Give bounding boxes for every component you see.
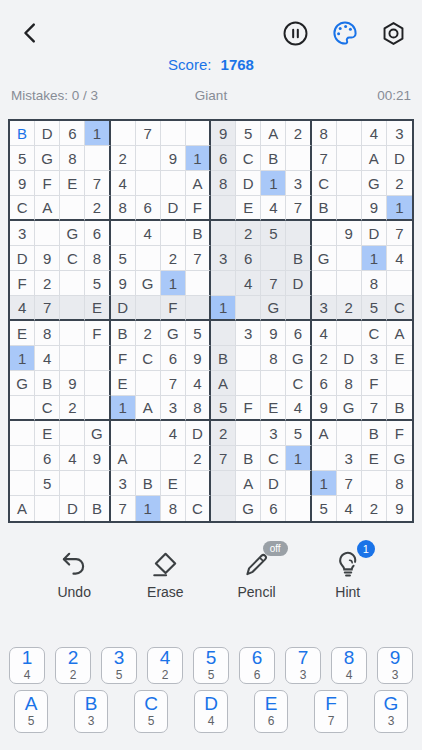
board-cell-r7c7[interactable]: 1: [161, 271, 186, 296]
board-cell-r15c1[interactable]: [10, 471, 35, 496]
board-cell-r2c4[interactable]: [85, 146, 110, 171]
board-cell-r16c11[interactable]: 6: [261, 496, 286, 521]
board-cell-r9c10[interactable]: 3: [236, 321, 261, 346]
board-cell-r2c7[interactable]: 9: [161, 146, 186, 171]
board-cell-r2c6[interactable]: [136, 146, 161, 171]
keypad-row-letters: A5B3C5D4E6F7G3: [0, 690, 422, 733]
board-cell-r13c9[interactable]: 2: [211, 421, 236, 446]
board-cell-r11c8[interactable]: 4: [186, 371, 211, 396]
key-remaining-count: 5: [28, 714, 35, 728]
key-4[interactable]: 42: [147, 647, 183, 684]
key-9[interactable]: 93: [377, 647, 413, 684]
board-cell-r1c14[interactable]: [337, 121, 362, 146]
board-cell-r13c11[interactable]: 3: [261, 421, 286, 446]
board-cell-r2c12[interactable]: [286, 146, 311, 171]
board-cell-r11c6[interactable]: [136, 371, 161, 396]
board-cell-r16c9[interactable]: [211, 496, 236, 521]
board-cell-r2c14[interactable]: [337, 146, 362, 171]
board-cell-r11c13[interactable]: 6: [312, 371, 337, 396]
board-cell-r11c12[interactable]: C: [286, 371, 311, 396]
board-cell-r11c2[interactable]: B: [35, 371, 60, 396]
board-cell-r8c4[interactable]: E: [85, 296, 110, 321]
board-cell-r5c6[interactable]: 4: [136, 221, 161, 246]
board-cell-r10c11[interactable]: 8: [261, 346, 286, 371]
sudoku-board: BD61795A28435G82916CB7AD9FE74A8D13CG2CA2…: [8, 119, 414, 523]
board-cell-r6c13[interactable]: G: [312, 246, 337, 271]
board-cell-r14c9[interactable]: 7: [211, 446, 236, 471]
theme-palette-button[interactable]: [330, 19, 359, 48]
key-value: 3: [114, 648, 125, 667]
board-cell-r7c16[interactable]: [387, 271, 412, 296]
board-cell-r13c10[interactable]: [236, 421, 261, 446]
board-cell-r11c9[interactable]: A: [211, 371, 236, 396]
board-cell-r11c14[interactable]: 8: [337, 371, 362, 396]
board-cell-r12c10[interactable]: F: [236, 396, 261, 421]
board-cell-r5c10[interactable]: 2: [236, 221, 261, 246]
board-cell-r7c12[interactable]: D: [286, 271, 311, 296]
board-cell-r2c10[interactable]: C: [236, 146, 261, 171]
key-C[interactable]: C5: [134, 690, 168, 733]
board-cell-r12c7[interactable]: 3: [161, 396, 186, 421]
board-cell-r6c3[interactable]: C: [60, 246, 85, 271]
board-cell-r1c13[interactable]: 8: [312, 121, 337, 146]
board-cell-r10c5[interactable]: F: [111, 346, 136, 371]
board-cell-r8c15[interactable]: 5: [362, 296, 387, 321]
board-cell-r13c2[interactable]: E: [35, 421, 60, 446]
board-cell-r16c13[interactable]: 5: [312, 496, 337, 521]
key-value: 2: [68, 648, 79, 667]
board-cell-r3c11[interactable]: 1: [261, 171, 286, 196]
board-cell-r9c5[interactable]: B: [111, 321, 136, 346]
board-cell-r10c2[interactable]: 4: [35, 346, 60, 371]
board-cell-r4c15[interactable]: 9: [362, 196, 387, 221]
board-cell-r8c3[interactable]: [60, 296, 85, 321]
board-cell-r5c7[interactable]: [161, 221, 186, 246]
board-cell-r14c16[interactable]: G: [387, 446, 412, 471]
board-cell-r2c15[interactable]: A: [362, 146, 387, 171]
board-cell-r4c4[interactable]: 2: [85, 196, 110, 221]
board-cell-r1c8[interactable]: [186, 121, 211, 146]
hint-label: Hint: [335, 584, 360, 600]
key-2[interactable]: 22: [55, 647, 91, 684]
board-cell-r5c5[interactable]: [111, 221, 136, 246]
board-cell-r4c14[interactable]: [337, 196, 362, 221]
board-cell-r16c3[interactable]: D: [60, 496, 85, 521]
board-cell-r10c3[interactable]: [60, 346, 85, 371]
erase-label: Erase: [147, 584, 184, 600]
board-cell-r13c12[interactable]: 5: [286, 421, 311, 446]
board-cell-r3c1[interactable]: 9: [10, 171, 35, 196]
board-cell-r4c3[interactable]: [60, 196, 85, 221]
board-cell-r9c1[interactable]: E: [10, 321, 35, 346]
board-cell-r6c2[interactable]: 9: [35, 246, 60, 271]
pencil-button[interactable]: off Pencil: [222, 549, 292, 600]
board-cell-r7c6[interactable]: G: [136, 271, 161, 296]
key-value: 8: [344, 648, 355, 667]
board-cell-r10c15[interactable]: 3: [362, 346, 387, 371]
board-cell-r4c10[interactable]: E: [236, 196, 261, 221]
board-cell-r13c5[interactable]: [111, 421, 136, 446]
board-cell-r5c9[interactable]: [211, 221, 236, 246]
board-cell-r13c16[interactable]: F: [387, 421, 412, 446]
board-cell-r6c8[interactable]: 7: [186, 246, 211, 271]
mistakes-counter: Mistakes: 0 / 3: [11, 88, 98, 103]
board-cell-r12c5[interactable]: 1: [111, 396, 136, 421]
board-cell-r6c6[interactable]: [136, 246, 161, 271]
board-cell-r10c6[interactable]: C: [136, 346, 161, 371]
board-cell-r9c12[interactable]: 6: [286, 321, 311, 346]
board-cell-r5c14[interactable]: 9: [337, 221, 362, 246]
board-cell-r12c9[interactable]: 5: [211, 396, 236, 421]
board-cell-r12c15[interactable]: 7: [362, 396, 387, 421]
board-cell-r13c7[interactable]: 4: [161, 421, 186, 446]
board-cell-r9c11[interactable]: 9: [261, 321, 286, 346]
board-cell-r6c11[interactable]: [261, 246, 286, 271]
board-cell-r12c1[interactable]: [10, 396, 35, 421]
board-cell-r14c15[interactable]: E: [362, 446, 387, 471]
board-cell-r8c7[interactable]: F: [161, 296, 186, 321]
board-cell-r9c6[interactable]: 2: [136, 321, 161, 346]
hint-button[interactable]: 1 Hint: [313, 549, 383, 600]
board-cell-r2c9[interactable]: 6: [211, 146, 236, 171]
key-remaining-count: 3: [88, 714, 95, 728]
board-cell-r16c10[interactable]: G: [236, 496, 261, 521]
board-cell-r2c16[interactable]: D: [387, 146, 412, 171]
board-cell-r8c13[interactable]: 3: [312, 296, 337, 321]
key-D[interactable]: D4: [194, 690, 228, 733]
board-cell-r15c3[interactable]: [60, 471, 85, 496]
board-cell-r11c5[interactable]: E: [111, 371, 136, 396]
board-cell-r11c16[interactable]: [387, 371, 412, 396]
board-cell-r10c4[interactable]: [85, 346, 110, 371]
board-cell-r11c7[interactable]: 7: [161, 371, 186, 396]
board-cell-r5c4[interactable]: 6: [85, 221, 110, 246]
erase-button[interactable]: Erase: [130, 549, 200, 600]
board-cell-r1c11[interactable]: A: [261, 121, 286, 146]
key-F[interactable]: F7: [314, 690, 348, 733]
board-cell-r9c16[interactable]: A: [387, 321, 412, 346]
board-cell-r1c15[interactable]: 4: [362, 121, 387, 146]
board-cell-r9c4[interactable]: F: [85, 321, 110, 346]
board-cell-r12c14[interactable]: G: [337, 396, 362, 421]
board-cell-r4c6[interactable]: 6: [136, 196, 161, 221]
board-cell-r2c11[interactable]: B: [261, 146, 286, 171]
board-cell-r6c10[interactable]: 6: [236, 246, 261, 271]
board-cell-r5c3[interactable]: G: [60, 221, 85, 246]
board-cell-r3c2[interactable]: F: [35, 171, 60, 196]
board-cell-r13c15[interactable]: B: [362, 421, 387, 446]
board-cell-r11c3[interactable]: 9: [60, 371, 85, 396]
board-cell-r5c8[interactable]: B: [186, 221, 211, 246]
board-cell-r2c3[interactable]: 8: [60, 146, 85, 171]
board-cell-r8c12[interactable]: [286, 296, 311, 321]
board-cell-r3c15[interactable]: G: [362, 171, 387, 196]
undo-button[interactable]: Undo: [39, 549, 109, 600]
board-cell-r8c9[interactable]: 1: [211, 296, 236, 321]
board-cell-r8c16[interactable]: C: [387, 296, 412, 321]
back-chevron-icon: [18, 20, 44, 46]
board-cell-r16c12[interactable]: [286, 496, 311, 521]
board-cell-r4c16[interactable]: 1: [387, 196, 412, 221]
board-cell-r2c8[interactable]: 1: [186, 146, 211, 171]
board-cell-r13c1[interactable]: [10, 421, 35, 446]
board-cell-r10c14[interactable]: D: [337, 346, 362, 371]
board-cell-r12c11[interactable]: E: [261, 396, 286, 421]
board-cell-r2c5[interactable]: 2: [111, 146, 136, 171]
board-cell-r3c12[interactable]: 3: [286, 171, 311, 196]
board-cell-r6c9[interactable]: 3: [211, 246, 236, 271]
key-7[interactable]: 73: [285, 647, 321, 684]
timer: 00:21: [377, 88, 411, 103]
pencil-label: Pencil: [237, 584, 275, 600]
board-cell-r3c9[interactable]: 8: [211, 171, 236, 196]
key-remaining-count: 6: [254, 668, 261, 682]
board-cell-r7c8[interactable]: [186, 271, 211, 296]
board-cell-r1c16[interactable]: 3: [387, 121, 412, 146]
board-cell-r7c13[interactable]: [312, 271, 337, 296]
board-cell-r5c12[interactable]: [286, 221, 311, 246]
board-cell-r11c4[interactable]: [85, 371, 110, 396]
board-cell-r15c7[interactable]: E: [161, 471, 186, 496]
board-cell-r12c6[interactable]: A: [136, 396, 161, 421]
board-cell-r5c11[interactable]: 5: [261, 221, 286, 246]
board-cell-r10c12[interactable]: G: [286, 346, 311, 371]
board-cell-r6c14[interactable]: [337, 246, 362, 271]
board-cell-r13c8[interactable]: D: [186, 421, 211, 446]
board-cell-r16c8[interactable]: C: [186, 496, 211, 521]
board-cell-r3c14[interactable]: [337, 171, 362, 196]
board-cell-r1c6[interactable]: 7: [136, 121, 161, 146]
key-E[interactable]: E6: [254, 690, 288, 733]
board-cell-r14c3[interactable]: 4: [60, 446, 85, 471]
board-cell-r7c14[interactable]: [337, 271, 362, 296]
board-cell-r16c6[interactable]: 1: [136, 496, 161, 521]
key-remaining-count: 3: [300, 668, 307, 682]
pause-button[interactable]: [281, 19, 310, 48]
board-cell-r15c5[interactable]: 3: [111, 471, 136, 496]
board-cell-r6c7[interactable]: 2: [161, 246, 186, 271]
board-cell-r4c9[interactable]: [211, 196, 236, 221]
board-cell-r7c1[interactable]: F: [10, 271, 35, 296]
board-cell-r1c10[interactable]: 5: [236, 121, 261, 146]
board-cell-r15c12[interactable]: [286, 471, 311, 496]
board-cell-r7c15[interactable]: 8: [362, 271, 387, 296]
board-cell-r2c13[interactable]: 7: [312, 146, 337, 171]
board-cell-r9c13[interactable]: 4: [312, 321, 337, 346]
board-cell-r15c15[interactable]: [362, 471, 387, 496]
board-cell-r6c5[interactable]: 5: [111, 246, 136, 271]
board-cell-r15c10[interactable]: A: [236, 471, 261, 496]
board-cell-r15c9[interactable]: [211, 471, 236, 496]
board-cell-r3c16[interactable]: 2: [387, 171, 412, 196]
board-cell-r3c13[interactable]: C: [312, 171, 337, 196]
board-cell-r4c13[interactable]: B: [312, 196, 337, 221]
sudoku-app-screen: Score: 1768 Mistakes: 0 / 3 Giant 00:21 …: [0, 0, 422, 750]
board-cell-r7c2[interactable]: 2: [35, 271, 60, 296]
settings-button[interactable]: [379, 19, 408, 48]
board-cell-r14c8[interactable]: 2: [186, 446, 211, 471]
board-cell-r3c7[interactable]: [161, 171, 186, 196]
board-cell-r15c11[interactable]: D: [261, 471, 286, 496]
board-cell-r16c1[interactable]: A: [10, 496, 35, 521]
board-cell-r2c1[interactable]: 5: [10, 146, 35, 171]
board-cell-r3c8[interactable]: A: [186, 171, 211, 196]
board-cell-r8c11[interactable]: G: [261, 296, 286, 321]
board-cell-r10c10[interactable]: [236, 346, 261, 371]
board-cell-r15c13[interactable]: 1: [312, 471, 337, 496]
board-cell-r1c1[interactable]: B: [10, 121, 35, 146]
board-cell-r10c9[interactable]: B: [211, 346, 236, 371]
board-cell-r1c2[interactable]: D: [35, 121, 60, 146]
board-cell-r15c6[interactable]: B: [136, 471, 161, 496]
board-cell-r10c7[interactable]: 6: [161, 346, 186, 371]
board-cell-r10c8[interactable]: 9: [186, 346, 211, 371]
board-cell-r3c5[interactable]: 4: [111, 171, 136, 196]
board-cell-r6c4[interactable]: 8: [85, 246, 110, 271]
board-cell-r9c2[interactable]: 8: [35, 321, 60, 346]
board-cell-r11c10[interactable]: [236, 371, 261, 396]
key-remaining-count: 5: [116, 668, 123, 682]
board-cell-r10c16[interactable]: E: [387, 346, 412, 371]
board-cell-r16c7[interactable]: 8: [161, 496, 186, 521]
board-cell-r8c10[interactable]: [236, 296, 261, 321]
board-cell-r14c14[interactable]: 3: [337, 446, 362, 471]
board-cell-r14c2[interactable]: 6: [35, 446, 60, 471]
board-cell-r8c6[interactable]: [136, 296, 161, 321]
board-cell-r5c2[interactable]: [35, 221, 60, 246]
board-cell-r7c9[interactable]: [211, 271, 236, 296]
board-cell-r10c13[interactable]: 2: [312, 346, 337, 371]
board-cell-r13c6[interactable]: [136, 421, 161, 446]
board-cell-r8c8[interactable]: [186, 296, 211, 321]
board-cell-r9c14[interactable]: [337, 321, 362, 346]
key-8[interactable]: 84: [331, 647, 367, 684]
board-cell-r1c3[interactable]: 6: [60, 121, 85, 146]
key-6[interactable]: 66: [239, 647, 275, 684]
board-cell-r11c1[interactable]: G: [10, 371, 35, 396]
board-cell-r1c12[interactable]: 2: [286, 121, 311, 146]
board-cell-r8c5[interactable]: D: [111, 296, 136, 321]
board-cell-r16c15[interactable]: 2: [362, 496, 387, 521]
board-cell-r16c2[interactable]: [35, 496, 60, 521]
board-cell-r4c11[interactable]: 4: [261, 196, 286, 221]
board-cell-r12c16[interactable]: B: [387, 396, 412, 421]
board-cell-r16c16[interactable]: 9: [387, 496, 412, 521]
board-cell-r12c12[interactable]: 4: [286, 396, 311, 421]
pause-icon: [282, 20, 309, 47]
board-cell-r1c7[interactable]: [161, 121, 186, 146]
board-cell-r14c12[interactable]: 1: [286, 446, 311, 471]
board-cell-r6c1[interactable]: D: [10, 246, 35, 271]
board-cell-r11c15[interactable]: F: [362, 371, 387, 396]
board-cell-r14c6[interactable]: [136, 446, 161, 471]
board-cell-r14c13[interactable]: [312, 446, 337, 471]
board-cell-r7c10[interactable]: 4: [236, 271, 261, 296]
board-cell-r16c14[interactable]: 4: [337, 496, 362, 521]
board-cell-r13c3[interactable]: [60, 421, 85, 446]
board-cell-r1c9[interactable]: 9: [211, 121, 236, 146]
board-cell-r13c14[interactable]: [337, 421, 362, 446]
board-cell-r1c5[interactable]: [111, 121, 136, 146]
board-cell-r3c3[interactable]: E: [60, 171, 85, 196]
board-cell-r7c3[interactable]: [60, 271, 85, 296]
board-cell-r16c4[interactable]: B: [85, 496, 110, 521]
board-cell-r14c11[interactable]: C: [261, 446, 286, 471]
board-cell-r4c5[interactable]: 8: [111, 196, 136, 221]
board-cell-r6c12[interactable]: B: [286, 246, 311, 271]
board-cell-r3c10[interactable]: D: [236, 171, 261, 196]
board-cell-r14c5[interactable]: A: [111, 446, 136, 471]
board-cell-r8c2[interactable]: 7: [35, 296, 60, 321]
board-cell-r9c7[interactable]: G: [161, 321, 186, 346]
board-cell-r8c14[interactable]: 2: [337, 296, 362, 321]
board-cell-r8c1[interactable]: 4: [10, 296, 35, 321]
board-cell-r13c13[interactable]: A: [312, 421, 337, 446]
key-1[interactable]: 14: [9, 647, 45, 684]
board-cell-r15c4[interactable]: [85, 471, 110, 496]
key-value: B: [85, 694, 98, 713]
board-cell-r6c15[interactable]: 1: [362, 246, 387, 271]
board-cell-r14c7[interactable]: [161, 446, 186, 471]
board-cell-r9c15[interactable]: C: [362, 321, 387, 346]
board-cell-r14c10[interactable]: B: [236, 446, 261, 471]
board-cell-r4c7[interactable]: D: [161, 196, 186, 221]
board-cell-r11c11[interactable]: [261, 371, 286, 396]
board-cell-r9c9[interactable]: [211, 321, 236, 346]
back-button[interactable]: [16, 18, 46, 48]
board-cell-r7c5[interactable]: 9: [111, 271, 136, 296]
board-cell-r1c4[interactable]: 1: [85, 121, 110, 146]
board-cell-r7c11[interactable]: 7: [261, 271, 286, 296]
board-cell-r3c6[interactable]: [136, 171, 161, 196]
board-cell-r12c2[interactable]: C: [35, 396, 60, 421]
board-cell-r10c1[interactable]: 1: [10, 346, 35, 371]
key-5[interactable]: 55: [193, 647, 229, 684]
board-cell-r3c4[interactable]: 7: [85, 171, 110, 196]
board-cell-r7c4[interactable]: 5: [85, 271, 110, 296]
board-cell-r4c12[interactable]: 7: [286, 196, 311, 221]
board-cell-r12c13[interactable]: 9: [312, 396, 337, 421]
board-cell-r4c1[interactable]: C: [10, 196, 35, 221]
board-cell-r12c4[interactable]: [85, 396, 110, 421]
board-cell-r4c2[interactable]: A: [35, 196, 60, 221]
board-cell-r6c16[interactable]: 4: [387, 246, 412, 271]
board-cell-r13c4[interactable]: G: [85, 421, 110, 446]
key-3[interactable]: 35: [101, 647, 137, 684]
key-B[interactable]: B3: [74, 690, 108, 733]
board-cell-r14c1[interactable]: [10, 446, 35, 471]
board-cell-r9c8[interactable]: 5: [186, 321, 211, 346]
board-cell-r15c8[interactable]: [186, 471, 211, 496]
board-cell-r14c4[interactable]: 9: [85, 446, 110, 471]
board-cell-r9c3[interactable]: [60, 321, 85, 346]
board-cell-r15c14[interactable]: 7: [337, 471, 362, 496]
board-cell-r12c3[interactable]: 2: [60, 396, 85, 421]
board-cell-r5c16[interactable]: 7: [387, 221, 412, 246]
board-cell-r16c5[interactable]: 7: [111, 496, 136, 521]
key-G[interactable]: G3: [374, 690, 408, 733]
board-cell-r15c16[interactable]: 8: [387, 471, 412, 496]
board-cell-r5c13[interactable]: [312, 221, 337, 246]
board-cell-r5c15[interactable]: D: [362, 221, 387, 246]
board-cell-r2c2[interactable]: G: [35, 146, 60, 171]
board-cell-r15c2[interactable]: 5: [35, 471, 60, 496]
board-cell-r5c1[interactable]: 3: [10, 221, 35, 246]
board-cell-r12c8[interactable]: 8: [186, 396, 211, 421]
key-remaining-count: 4: [24, 668, 31, 682]
key-A[interactable]: A5: [14, 690, 48, 733]
board-cell-r4c8[interactable]: F: [186, 196, 211, 221]
